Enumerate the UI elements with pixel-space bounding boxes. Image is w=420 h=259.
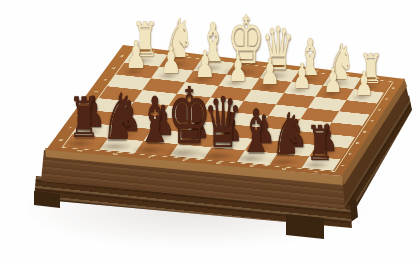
chess-set-scene: HH11GG22FF33EE44DD55CC66BB77AA88 ♜♞♝♚♛♝♞… (0, 0, 420, 259)
